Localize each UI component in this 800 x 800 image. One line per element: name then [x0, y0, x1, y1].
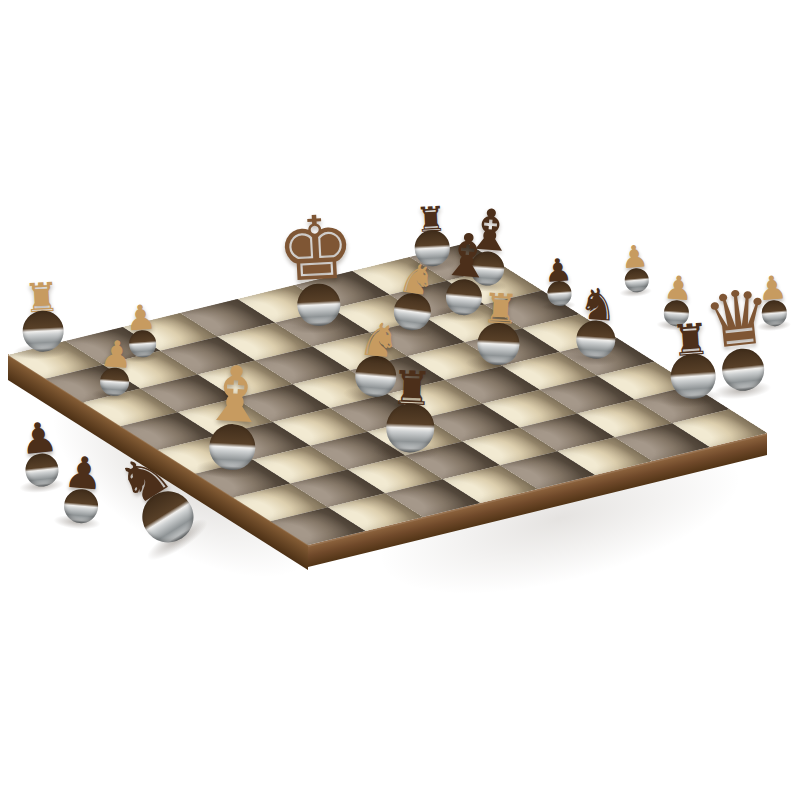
- piece-light-pawn-b1[interactable]: ♟: [97, 337, 134, 397]
- piece-light-rook-d7[interactable]: ♜: [476, 290, 522, 366]
- bishop-glyph: ♝: [199, 358, 271, 432]
- piece-dark-rook-g8[interactable]: ♜: [667, 319, 717, 400]
- piece-dark-knight-e8[interactable]: ♞: [575, 284, 619, 360]
- piece-dark-king-b5[interactable]: ♚: [274, 207, 359, 328]
- piece-dark-pawn-c8[interactable]: ♟: [543, 255, 575, 307]
- king-glyph: ♚: [274, 207, 357, 292]
- wobble-chess-set-photo: ♜♟♟♝♞♞♜♚♜♝♜♝♟♞♜♛♟♟♞♟♟♟: [0, 0, 800, 800]
- piece-light-rook-a1[interactable]: ♜: [20, 279, 65, 353]
- piece-dark-pawn-offboard[interactable]: ♟: [60, 452, 105, 525]
- piece-dark-pawn-offboard[interactable]: ♟: [18, 418, 62, 488]
- knight-glyph: ♞: [357, 317, 402, 363]
- piece-dark-rook-f4[interactable]: ♜: [385, 367, 436, 453]
- knight-glyph: ♞: [396, 258, 438, 301]
- piece-light-bishop-e1[interactable]: ♝: [197, 358, 271, 471]
- piece-light-pawn-offboard[interactable]: ♟: [620, 242, 652, 293]
- bishop-glyph: ♝: [438, 227, 496, 286]
